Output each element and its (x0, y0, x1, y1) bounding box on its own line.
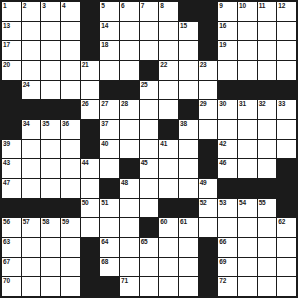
cell-r15c13[interactable] (238, 277, 257, 296)
cell-r8c12[interactable]: 42 (218, 140, 237, 159)
cell-r4c4[interactable] (61, 61, 80, 80)
cell-r1c7[interactable]: 6 (120, 2, 139, 21)
cell-r12c7[interactable] (120, 218, 139, 237)
clue-number-2: 2 (23, 2, 26, 9)
block-r6c3 (41, 100, 60, 119)
cell-r15c2[interactable] (22, 277, 41, 296)
block-r5c15 (277, 81, 296, 100)
clue-number-15: 15 (180, 22, 187, 29)
cell-r1c8[interactable]: 7 (140, 2, 159, 21)
cell-r12c14[interactable] (258, 218, 277, 237)
clue-number-41: 41 (160, 140, 167, 147)
cell-r4c7[interactable] (120, 61, 139, 80)
block-r2c5 (81, 22, 100, 41)
cell-r15c14[interactable] (258, 277, 277, 296)
clue-number-9: 9 (219, 2, 222, 9)
cell-r6c12[interactable]: 30 (218, 100, 237, 119)
clue-number-54: 54 (239, 199, 246, 206)
cell-r12c3[interactable]: 58 (41, 218, 60, 237)
cell-r12c4[interactable]: 59 (61, 218, 80, 237)
clue-number-47: 47 (3, 179, 10, 186)
cell-r8c10[interactable] (179, 140, 198, 159)
cell-r12c12[interactable] (218, 218, 237, 237)
cell-r10c2[interactable] (22, 179, 41, 198)
cell-r3c1[interactable]: 17 (2, 41, 21, 60)
cell-r1c12[interactable]: 9 (218, 2, 237, 21)
clue-number-43: 43 (3, 159, 10, 166)
clue-number-51: 51 (101, 199, 108, 206)
cell-r9c4[interactable] (61, 159, 80, 178)
clue-number-40: 40 (101, 140, 108, 147)
cell-r10c11[interactable]: 49 (199, 179, 218, 198)
cell-r1c2[interactable]: 2 (22, 2, 41, 21)
block-r11c15 (277, 199, 296, 218)
cell-r9c6[interactable] (100, 159, 119, 178)
block-r7c9 (159, 120, 178, 139)
block-r6c2 (22, 100, 41, 119)
cell-r2c4[interactable] (61, 22, 80, 41)
cell-r2c1[interactable]: 13 (2, 22, 21, 41)
cell-r8c4[interactable] (61, 140, 80, 159)
clue-number-61: 61 (180, 218, 187, 225)
cell-r7c4[interactable]: 36 (61, 120, 80, 139)
cell-r10c9[interactable] (159, 179, 178, 198)
cell-r9c14[interactable] (258, 159, 277, 178)
clue-number-55: 55 (259, 199, 266, 206)
cell-r5c11[interactable] (199, 81, 218, 100)
clue-number-29: 29 (200, 100, 207, 107)
clue-number-42: 42 (219, 140, 226, 147)
clue-number-32: 32 (259, 100, 266, 107)
cell-r4c2[interactable] (22, 61, 41, 80)
clue-number-1: 1 (3, 2, 6, 9)
clue-number-12: 12 (278, 2, 285, 9)
cell-r2c8[interactable] (140, 22, 159, 41)
cell-r3c4[interactable] (61, 41, 80, 60)
cell-r9c2[interactable] (22, 159, 41, 178)
clue-number-58: 58 (42, 218, 49, 225)
cell-r10c7[interactable]: 48 (120, 179, 139, 198)
cell-r4c10[interactable] (179, 61, 198, 80)
clue-number-30: 30 (219, 100, 226, 107)
clue-number-66: 66 (219, 238, 226, 245)
cell-r14c12[interactable]: 69 (218, 258, 237, 277)
cell-r13c15[interactable] (277, 238, 296, 257)
cell-r14c3[interactable] (41, 258, 60, 277)
cell-r12c10[interactable]: 61 (179, 218, 198, 237)
block-r6c10 (179, 100, 198, 119)
cell-r4c3[interactable] (41, 61, 60, 80)
cell-r8c6[interactable]: 40 (100, 140, 119, 159)
clue-number-3: 3 (42, 2, 45, 9)
clue-number-62: 62 (278, 218, 285, 225)
clue-number-67: 67 (3, 258, 10, 265)
clue-number-17: 17 (3, 41, 10, 48)
cell-r7c2[interactable]: 34 (22, 120, 41, 139)
cell-r2c10[interactable]: 15 (179, 22, 198, 41)
cell-r6c9[interactable] (159, 100, 178, 119)
cell-r1c1[interactable]: 1 (2, 2, 21, 21)
cell-r12c6[interactable] (100, 218, 119, 237)
cell-r12c1[interactable]: 56 (2, 218, 21, 237)
block-r12c8 (140, 218, 159, 237)
cell-r5c4[interactable] (61, 81, 80, 100)
clue-number-5: 5 (101, 2, 104, 9)
cell-r15c1[interactable]: 70 (2, 277, 21, 296)
cell-r13c10[interactable] (179, 238, 198, 257)
cell-r14c2[interactable] (22, 258, 41, 277)
block-r5c12 (218, 81, 237, 100)
cell-r14c15[interactable] (277, 258, 296, 277)
cell-r8c9[interactable]: 41 (159, 140, 178, 159)
cell-r6c14[interactable]: 32 (258, 100, 277, 119)
cell-r3c10[interactable] (179, 41, 198, 60)
block-r3c11 (199, 41, 218, 60)
clue-number-48: 48 (121, 179, 128, 186)
cell-r13c14[interactable] (258, 238, 277, 257)
cell-r2c12[interactable]: 16 (218, 22, 237, 41)
clue-number-53: 53 (219, 199, 226, 206)
cell-r5c10[interactable] (179, 81, 198, 100)
cell-r3c7[interactable] (120, 41, 139, 60)
cell-r7c11[interactable] (199, 120, 218, 139)
block-r8c11 (199, 140, 218, 159)
cell-r1c9[interactable]: 8 (159, 2, 178, 21)
cell-r2c9[interactable] (159, 22, 178, 41)
cell-r14c9[interactable] (159, 258, 178, 277)
cell-r5c9[interactable] (159, 81, 178, 100)
cell-r7c14[interactable] (258, 120, 277, 139)
block-r11c3 (41, 199, 60, 218)
clue-number-35: 35 (42, 120, 49, 127)
cell-r9c9[interactable] (159, 159, 178, 178)
cell-r11c5[interactable]: 50 (81, 199, 100, 218)
cell-r12c15[interactable]: 62 (277, 218, 296, 237)
block-r7c5 (81, 120, 100, 139)
cell-r13c6[interactable]: 64 (100, 238, 119, 257)
clue-number-27: 27 (101, 100, 108, 107)
cell-r15c10[interactable] (179, 277, 198, 296)
block-r13c11 (199, 238, 218, 257)
cell-r9c3[interactable] (41, 159, 60, 178)
block-r11c1 (2, 199, 21, 218)
clue-number-64: 64 (101, 238, 108, 245)
block-r10c14 (258, 179, 277, 198)
cell-r7c15[interactable] (277, 120, 296, 139)
cell-r8c7[interactable] (120, 140, 139, 159)
cell-r10c5[interactable] (81, 179, 100, 198)
clue-number-18: 18 (101, 41, 108, 48)
cell-r13c9[interactable] (159, 238, 178, 257)
cell-r7c12[interactable] (218, 120, 237, 139)
cell-r3c15[interactable] (277, 41, 296, 60)
cell-r9c13[interactable] (238, 159, 257, 178)
cell-r13c1[interactable]: 63 (2, 238, 21, 257)
clue-number-21: 21 (82, 61, 89, 68)
cell-r7c7[interactable] (120, 120, 139, 139)
cell-r5c2[interactable]: 24 (22, 81, 41, 100)
cell-r14c14[interactable] (258, 258, 277, 277)
cell-r10c10[interactable] (179, 179, 198, 198)
cell-r13c3[interactable] (41, 238, 60, 257)
cell-r2c14[interactable] (258, 22, 277, 41)
clue-number-36: 36 (62, 120, 69, 127)
cell-r15c7[interactable]: 71 (120, 277, 139, 296)
block-r10c15 (277, 179, 296, 198)
clue-number-13: 13 (3, 22, 10, 29)
block-r8c5 (81, 140, 100, 159)
cell-r8c1[interactable]: 39 (2, 140, 21, 159)
clue-number-31: 31 (239, 100, 246, 107)
block-r9c7 (120, 159, 139, 178)
cell-r1c6[interactable]: 5 (100, 2, 119, 21)
block-r11c2 (22, 199, 41, 218)
block-r7c1 (2, 120, 21, 139)
cell-r11c11[interactable]: 52 (199, 199, 218, 218)
block-r15c11 (199, 277, 218, 296)
clue-number-68: 68 (101, 258, 108, 265)
cell-r14c10[interactable] (179, 258, 198, 277)
cell-r3c9[interactable] (159, 41, 178, 60)
clue-number-19: 19 (219, 41, 226, 48)
cell-r12c13[interactable] (238, 218, 257, 237)
cell-r7c10[interactable]: 38 (179, 120, 198, 139)
cell-r6c15[interactable]: 33 (277, 100, 296, 119)
clue-number-24: 24 (23, 81, 30, 88)
clue-number-49: 49 (200, 179, 207, 186)
clue-number-25: 25 (141, 81, 148, 88)
cell-r1c13[interactable]: 10 (238, 2, 257, 21)
cell-r7c8[interactable] (140, 120, 159, 139)
block-r10c6 (100, 179, 119, 198)
clue-number-44: 44 (82, 159, 89, 166)
clue-number-72: 72 (219, 277, 226, 284)
cell-r4c5[interactable]: 21 (81, 61, 100, 80)
cell-r14c8[interactable] (140, 258, 159, 277)
cell-r4c9[interactable]: 22 (159, 61, 178, 80)
block-r5c13 (238, 81, 257, 100)
cell-r7c6[interactable]: 37 (100, 120, 119, 139)
cell-r11c7[interactable] (120, 199, 139, 218)
cell-r6c5[interactable]: 26 (81, 100, 100, 119)
cell-r9c5[interactable]: 44 (81, 159, 100, 178)
cell-r12c5[interactable] (81, 218, 100, 237)
cell-r8c13[interactable] (238, 140, 257, 159)
cell-r2c7[interactable] (120, 22, 139, 41)
cell-r12c9[interactable]: 60 (159, 218, 178, 237)
block-r15c5 (81, 277, 100, 296)
cell-r12c2[interactable]: 57 (22, 218, 41, 237)
cell-r4c11[interactable]: 23 (199, 61, 218, 80)
clue-number-50: 50 (82, 199, 89, 206)
cell-r6c8[interactable] (140, 100, 159, 119)
block-r2c11 (199, 22, 218, 41)
cell-r14c4[interactable] (61, 258, 80, 277)
cell-r11c8[interactable] (140, 199, 159, 218)
block-r5c6 (100, 81, 119, 100)
block-r14c5 (81, 258, 100, 277)
cell-r2c13[interactable] (238, 22, 257, 41)
cell-r4c12[interactable] (218, 61, 237, 80)
block-r14c11 (199, 258, 218, 277)
block-r1c11 (199, 2, 218, 21)
block-r11c10 (179, 199, 198, 218)
block-r11c4 (61, 199, 80, 218)
cell-r6c11[interactable]: 29 (199, 100, 218, 119)
cell-r8c3[interactable] (41, 140, 60, 159)
cell-r4c1[interactable]: 20 (2, 61, 21, 80)
cell-r4c6[interactable] (100, 61, 119, 80)
cell-r15c3[interactable] (41, 277, 60, 296)
clue-number-45: 45 (141, 159, 148, 166)
cell-r15c9[interactable] (159, 277, 178, 296)
cell-r15c4[interactable] (61, 277, 80, 296)
cell-r3c6[interactable]: 18 (100, 41, 119, 60)
clue-number-6: 6 (121, 2, 124, 9)
cell-r15c15[interactable] (277, 277, 296, 296)
clue-number-34: 34 (23, 120, 30, 127)
cell-r11c14[interactable]: 55 (258, 199, 277, 218)
cell-r2c2[interactable] (22, 22, 41, 41)
block-r9c11 (199, 159, 218, 178)
cell-r9c12[interactable]: 46 (218, 159, 237, 178)
block-r5c1 (2, 81, 21, 100)
clue-number-52: 52 (200, 199, 207, 206)
cell-r11c6[interactable]: 51 (100, 199, 119, 218)
clue-number-57: 57 (23, 218, 30, 225)
cell-r10c8[interactable] (140, 179, 159, 198)
block-r11c9 (159, 199, 178, 218)
cell-r9c8[interactable]: 45 (140, 159, 159, 178)
clue-number-20: 20 (3, 61, 10, 68)
cell-r9c1[interactable]: 43 (2, 159, 21, 178)
cell-r4c13[interactable] (238, 61, 257, 80)
clue-number-46: 46 (219, 159, 226, 166)
block-r13c5 (81, 238, 100, 257)
block-r3c5 (81, 41, 100, 60)
block-r6c4 (61, 100, 80, 119)
cell-r13c8[interactable]: 65 (140, 238, 159, 257)
clue-number-65: 65 (141, 238, 148, 245)
cell-r3c2[interactable] (22, 41, 41, 60)
cell-r13c7[interactable] (120, 238, 139, 257)
cell-r1c14[interactable]: 11 (258, 2, 277, 21)
cell-r11c13[interactable]: 54 (238, 199, 257, 218)
cell-r8c14[interactable] (258, 140, 277, 159)
clue-number-26: 26 (82, 100, 89, 107)
cell-r2c15[interactable] (277, 22, 296, 41)
clue-number-28: 28 (121, 100, 128, 107)
clue-number-37: 37 (101, 120, 108, 127)
cell-r13c13[interactable] (238, 238, 257, 257)
cell-r6c6[interactable]: 27 (100, 100, 119, 119)
clue-number-7: 7 (141, 2, 144, 9)
cell-r10c4[interactable] (61, 179, 80, 198)
clue-number-56: 56 (3, 218, 10, 225)
cell-r3c8[interactable] (140, 41, 159, 60)
clue-number-70: 70 (3, 277, 10, 284)
clue-number-60: 60 (160, 218, 167, 225)
cell-r7c3[interactable]: 35 (41, 120, 60, 139)
cell-r5c8[interactable]: 25 (140, 81, 159, 100)
clue-number-11: 11 (259, 2, 265, 9)
cell-r3c13[interactable] (238, 41, 257, 60)
cell-r13c12[interactable]: 66 (218, 238, 237, 257)
cell-r9c10[interactable] (179, 159, 198, 178)
cell-r4c15[interactable] (277, 61, 296, 80)
block-r9c15 (277, 159, 296, 178)
cell-r4c14[interactable] (258, 61, 277, 80)
block-r6c1 (2, 100, 21, 119)
clue-number-69: 69 (219, 258, 226, 265)
clue-number-38: 38 (180, 120, 187, 127)
cell-r6c7[interactable]: 28 (120, 100, 139, 119)
clue-number-14: 14 (101, 22, 108, 29)
cell-r2c6[interactable]: 14 (100, 22, 119, 41)
cell-r10c3[interactable] (41, 179, 60, 198)
block-r10c12 (218, 179, 237, 198)
clue-number-39: 39 (3, 140, 10, 147)
cell-r5c3[interactable] (41, 81, 60, 100)
block-r1c5 (81, 2, 100, 21)
block-r5c7 (120, 81, 139, 100)
clue-number-22: 22 (160, 61, 167, 68)
cell-r3c14[interactable] (258, 41, 277, 60)
block-r15c6 (100, 277, 119, 296)
cell-r14c6[interactable]: 68 (100, 258, 119, 277)
clue-number-8: 8 (160, 2, 163, 9)
cell-r10c1[interactable]: 47 (2, 179, 21, 198)
block-r4c8 (140, 61, 159, 80)
block-r5c14 (258, 81, 277, 100)
cell-r14c1[interactable]: 67 (2, 258, 21, 277)
cell-r3c12[interactable]: 19 (218, 41, 237, 60)
block-r1c10 (179, 2, 198, 21)
cell-r11c12[interactable]: 53 (218, 199, 237, 218)
cell-r6c13[interactable]: 31 (238, 100, 257, 119)
cell-r1c4[interactable]: 4 (61, 2, 80, 21)
cell-r1c3[interactable]: 3 (41, 2, 60, 21)
cell-r8c8[interactable] (140, 140, 159, 159)
cell-r12c11[interactable] (199, 218, 218, 237)
clue-number-59: 59 (62, 218, 69, 225)
block-r10c13 (238, 179, 257, 198)
cell-r15c12[interactable]: 72 (218, 277, 237, 296)
cell-r2c3[interactable] (41, 22, 60, 41)
cell-r8c2[interactable] (22, 140, 41, 159)
cell-r3c3[interactable] (41, 41, 60, 60)
cell-r1c15[interactable]: 12 (277, 2, 296, 21)
clue-number-23: 23 (200, 61, 207, 68)
cell-r14c7[interactable] (120, 258, 139, 277)
clue-number-33: 33 (278, 100, 285, 107)
clue-number-71: 71 (121, 277, 128, 284)
clue-number-16: 16 (219, 22, 226, 29)
clue-number-4: 4 (62, 2, 65, 9)
clue-number-63: 63 (3, 238, 10, 245)
cell-r13c2[interactable] (22, 238, 41, 257)
cell-r15c8[interactable] (140, 277, 159, 296)
clue-number-10: 10 (239, 2, 246, 9)
cell-r7c13[interactable] (238, 120, 257, 139)
cell-r13c4[interactable] (61, 238, 80, 257)
cell-r8c15[interactable] (277, 140, 296, 159)
cell-r14c13[interactable] (238, 258, 257, 277)
cell-r5c5[interactable] (81, 81, 100, 100)
crossword-board: 1234567891011121314151617181920212223242… (0, 0, 298, 298)
